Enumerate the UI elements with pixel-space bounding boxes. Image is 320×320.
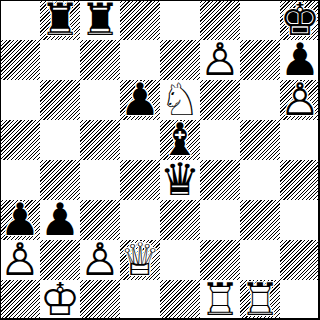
- square-a6[interactable]: [0, 80, 40, 120]
- square-h2[interactable]: [280, 240, 320, 280]
- black-pawn-icon: ♟♟: [40, 200, 80, 240]
- square-b8[interactable]: ♜♜: [40, 0, 80, 40]
- white-king-icon: ♚♔: [40, 280, 80, 320]
- square-f6[interactable]: [200, 80, 240, 120]
- square-c4[interactable]: [80, 160, 120, 200]
- square-f3[interactable]: [200, 200, 240, 240]
- square-h3[interactable]: [280, 200, 320, 240]
- black-queen-outline: ♛: [160, 160, 200, 200]
- square-b7[interactable]: [40, 40, 80, 80]
- square-c2[interactable]: ♟♙: [80, 240, 120, 280]
- square-h4[interactable]: [280, 160, 320, 200]
- white-queen-outline: ♕: [120, 240, 160, 280]
- white-pawn-icon: ♟♙: [0, 240, 40, 280]
- square-b6[interactable]: [40, 80, 80, 120]
- square-b3[interactable]: ♟♟: [40, 200, 80, 240]
- square-d5[interactable]: [120, 120, 160, 160]
- square-h5[interactable]: [280, 120, 320, 160]
- square-e8[interactable]: [160, 0, 200, 40]
- square-a8[interactable]: [0, 0, 40, 40]
- white-pawn-icon: ♟♙: [200, 40, 240, 80]
- white-pawn-outline: ♙: [0, 240, 40, 280]
- square-e4[interactable]: ♛♛: [160, 160, 200, 200]
- white-rook-icon: ♜♖: [200, 280, 240, 320]
- square-d2[interactable]: ♛♕: [120, 240, 160, 280]
- black-rook-icon: ♜♜: [40, 0, 80, 40]
- square-g6[interactable]: [240, 80, 280, 120]
- white-rook-outline: ♖: [240, 280, 280, 320]
- white-pawn-icon: ♟♙: [280, 80, 320, 120]
- square-e3[interactable]: [160, 200, 200, 240]
- white-rook-icon: ♜♖: [240, 280, 280, 320]
- square-c5[interactable]: [80, 120, 120, 160]
- square-g5[interactable]: [240, 120, 280, 160]
- white-pawn-outline: ♙: [200, 40, 240, 80]
- square-g1[interactable]: ♜♖: [240, 280, 280, 320]
- square-a5[interactable]: [0, 120, 40, 160]
- black-pawn-outline: ♟: [40, 200, 80, 240]
- white-rook-outline: ♖: [200, 280, 240, 320]
- square-c1[interactable]: [80, 280, 120, 320]
- square-f7[interactable]: ♟♙: [200, 40, 240, 80]
- square-c7[interactable]: [80, 40, 120, 80]
- square-f1[interactable]: ♜♖: [200, 280, 240, 320]
- square-g3[interactable]: [240, 200, 280, 240]
- square-c6[interactable]: [80, 80, 120, 120]
- black-rook-outline: ♜: [80, 0, 120, 40]
- chessboard: ♜♜♜♜♚♚♟♙♟♟♟♟♞♘♟♙♝♝♛♛♟♟♟♟♟♙♟♙♛♕♚♔♜♖♜♖: [0, 0, 320, 320]
- black-rook-icon: ♜♜: [80, 0, 120, 40]
- square-h6[interactable]: ♟♙: [280, 80, 320, 120]
- black-rook-outline: ♜: [40, 0, 80, 40]
- square-a1[interactable]: [0, 280, 40, 320]
- square-g4[interactable]: [240, 160, 280, 200]
- square-b1[interactable]: ♚♔: [40, 280, 80, 320]
- square-g8[interactable]: [240, 0, 280, 40]
- white-pawn-outline: ♙: [280, 80, 320, 120]
- square-d1[interactable]: [120, 280, 160, 320]
- white-pawn-outline: ♙: [80, 240, 120, 280]
- white-king-outline: ♔: [40, 280, 80, 320]
- black-pawn-icon: ♟♟: [120, 80, 160, 120]
- square-g7[interactable]: [240, 40, 280, 80]
- square-a2[interactable]: ♟♙: [0, 240, 40, 280]
- white-queen-icon: ♛♕: [120, 240, 160, 280]
- square-d4[interactable]: [120, 160, 160, 200]
- square-e1[interactable]: [160, 280, 200, 320]
- square-d6[interactable]: ♟♟: [120, 80, 160, 120]
- square-a7[interactable]: [0, 40, 40, 80]
- square-d8[interactable]: [120, 0, 160, 40]
- black-queen-icon: ♛♛: [160, 160, 200, 200]
- square-c8[interactable]: ♜♜: [80, 0, 120, 40]
- white-pawn-icon: ♟♙: [80, 240, 120, 280]
- square-f5[interactable]: [200, 120, 240, 160]
- board-grid: ♜♜♜♜♚♚♟♙♟♟♟♟♞♘♟♙♝♝♛♛♟♟♟♟♟♙♟♙♛♕♚♔♜♖♜♖: [0, 0, 320, 320]
- square-e2[interactable]: [160, 240, 200, 280]
- black-pawn-outline: ♟: [120, 80, 160, 120]
- square-f4[interactable]: [200, 160, 240, 200]
- square-h1[interactable]: [280, 280, 320, 320]
- square-b5[interactable]: [40, 120, 80, 160]
